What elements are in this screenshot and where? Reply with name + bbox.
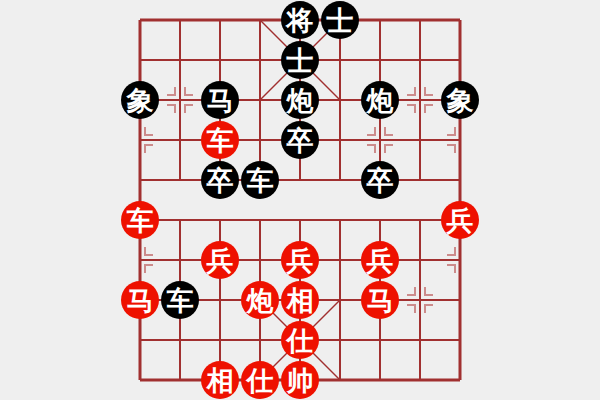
- black-chariot-piece[interactable]: 车: [241, 161, 279, 199]
- red-elephant-piece[interactable]: 相: [201, 361, 239, 399]
- red-horse-piece[interactable]: 马: [361, 281, 399, 319]
- red-chariot-piece[interactable]: 车: [121, 201, 159, 239]
- black-horse-piece[interactable]: 马: [201, 81, 239, 119]
- black-advisor-piece[interactable]: 士: [321, 1, 359, 39]
- black-chariot-piece[interactable]: 车: [161, 281, 199, 319]
- black-soldier-piece[interactable]: 卒: [201, 161, 239, 199]
- red-horse-piece[interactable]: 马: [121, 281, 159, 319]
- red-soldier-piece[interactable]: 兵: [441, 201, 479, 239]
- black-elephant-piece[interactable]: 象: [121, 81, 159, 119]
- red-cannon-piece[interactable]: 炮: [241, 281, 279, 319]
- red-general-piece[interactable]: 帅: [281, 361, 319, 399]
- red-soldier-piece[interactable]: 兵: [361, 241, 399, 279]
- black-elephant-piece[interactable]: 象: [441, 81, 479, 119]
- red-soldier-piece[interactable]: 兵: [281, 241, 319, 279]
- red-advisor-piece[interactable]: 仕: [281, 321, 319, 359]
- xiangqi-screen: 将士士象马炮炮象车卒卒车卒车兵兵兵兵马车炮相马仕相仕帅: [0, 0, 600, 400]
- black-cannon-piece[interactable]: 炮: [281, 81, 319, 119]
- xiangqi-board: 将士士象马炮炮象车卒卒车卒车兵兵兵兵马车炮相马仕相仕帅: [120, 0, 480, 400]
- pieces-grid: 将士士象马炮炮象车卒卒车卒车兵兵兵兵马车炮相马仕相仕帅: [120, 0, 480, 400]
- black-soldier-piece[interactable]: 卒: [281, 121, 319, 159]
- red-soldier-piece[interactable]: 兵: [201, 241, 239, 279]
- red-advisor-piece[interactable]: 仕: [241, 361, 279, 399]
- black-soldier-piece[interactable]: 卒: [361, 161, 399, 199]
- black-advisor-piece[interactable]: 士: [281, 41, 319, 79]
- red-elephant-piece[interactable]: 相: [281, 281, 319, 319]
- black-general-piece[interactable]: 将: [281, 1, 319, 39]
- black-cannon-piece[interactable]: 炮: [361, 81, 399, 119]
- red-chariot-piece[interactable]: 车: [201, 121, 239, 159]
